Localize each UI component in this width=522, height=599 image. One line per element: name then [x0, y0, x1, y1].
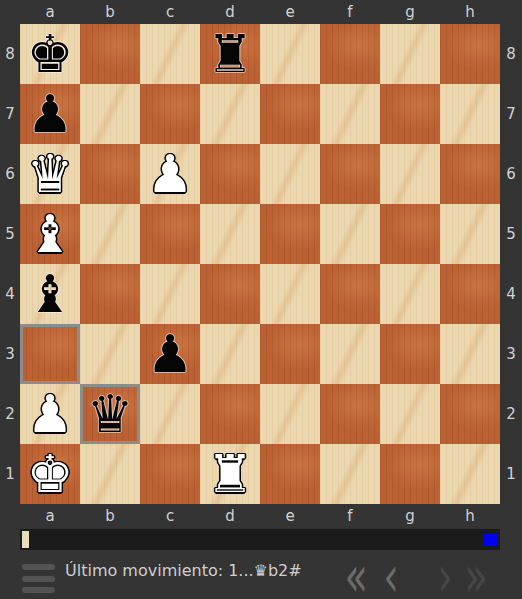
rank-label-left-5: 5	[0, 204, 20, 264]
file-label-top-d: d	[200, 0, 260, 24]
square-h3[interactable]	[440, 324, 500, 384]
rank-label-right-1: 1	[500, 444, 522, 504]
square-a7[interactable]: ♟	[20, 84, 80, 144]
rank-label-left-3: 3	[0, 324, 20, 384]
square-d6[interactable]	[200, 144, 260, 204]
square-f6[interactable]	[320, 144, 380, 204]
last-move-text: Último movimiento: 1...♛b2#	[65, 561, 302, 581]
rank-label-right-2: 2	[500, 384, 522, 444]
white-pawn[interactable]: ♟	[147, 144, 194, 204]
file-label-bottom-f: f	[320, 504, 380, 527]
file-label-top-a: a	[20, 0, 80, 24]
square-g8[interactable]	[380, 24, 440, 84]
file-label-top-e: e	[260, 0, 320, 24]
menu-bar	[22, 587, 55, 593]
square-b3[interactable]	[80, 324, 140, 384]
square-g3[interactable]	[380, 324, 440, 384]
nav-last-button: »	[454, 546, 498, 599]
square-b6[interactable]	[80, 144, 140, 204]
board-corner	[0, 0, 20, 24]
rank-label-right-4: 4	[500, 264, 522, 324]
file-label-bottom-d: d	[200, 504, 260, 527]
black-bishop[interactable]: ♝	[27, 264, 74, 324]
square-e7[interactable]	[260, 84, 320, 144]
square-g1[interactable]	[380, 444, 440, 504]
square-d2[interactable]	[200, 384, 260, 444]
square-b8[interactable]	[80, 24, 140, 84]
white-king[interactable]: ♚	[27, 444, 74, 504]
square-a3[interactable]	[20, 324, 80, 384]
square-h8[interactable]	[440, 24, 500, 84]
square-h6[interactable]	[440, 144, 500, 204]
hamburger-menu-icon	[22, 564, 56, 593]
board-corner	[500, 0, 522, 24]
square-d7[interactable]	[200, 84, 260, 144]
square-e2[interactable]	[260, 384, 320, 444]
square-a2[interactable]: ♟	[20, 384, 80, 444]
square-h5[interactable]	[440, 204, 500, 264]
square-g4[interactable]	[380, 264, 440, 324]
square-a6[interactable]: ♛	[20, 144, 80, 204]
rank-label-left-7: 7	[0, 84, 20, 144]
square-e6[interactable]	[260, 144, 320, 204]
square-d4[interactable]	[200, 264, 260, 324]
square-a5[interactable]: ♝	[20, 204, 80, 264]
rank-label-left-8: 8	[0, 24, 20, 84]
rank-label-right-6: 6	[500, 144, 522, 204]
rank-label-left-4: 4	[0, 264, 20, 324]
square-a4[interactable]: ♝	[20, 264, 80, 324]
menu-bar	[22, 564, 55, 570]
file-label-top-h: h	[440, 0, 500, 24]
chess-board-app: abcdefgh8♚♜87♟76♛♟65♝54♝43♟32♟♛21♚♜1abcd…	[0, 0, 522, 599]
square-d5[interactable]	[200, 204, 260, 264]
square-c7[interactable]	[140, 84, 200, 144]
square-f1[interactable]	[320, 444, 380, 504]
menu-bar	[22, 576, 55, 582]
white-queen[interactable]: ♛	[27, 144, 74, 204]
square-d3[interactable]	[200, 324, 260, 384]
board-corner	[500, 504, 522, 527]
file-label-bottom-g: g	[380, 504, 440, 527]
square-f4[interactable]	[320, 264, 380, 324]
file-label-bottom-b: b	[80, 504, 140, 527]
rank-label-right-7: 7	[500, 84, 522, 144]
rank-label-left-2: 2	[0, 384, 20, 444]
rank-label-right-8: 8	[500, 24, 522, 84]
chess-board: abcdefgh8♚♜87♟76♛♟65♝54♝43♟32♟♛21♚♜1abcd…	[0, 0, 522, 527]
square-f2[interactable]	[320, 384, 380, 444]
file-label-bottom-h: h	[440, 504, 500, 527]
square-d8[interactable]: ♜	[200, 24, 260, 84]
square-b7[interactable]	[80, 84, 140, 144]
menu-button[interactable]	[22, 564, 56, 594]
square-c5[interactable]	[140, 204, 200, 264]
progress-start-marker	[22, 531, 29, 548]
square-c6[interactable]: ♟	[140, 144, 200, 204]
square-e3[interactable]	[260, 324, 320, 384]
square-c4[interactable]	[140, 264, 200, 324]
file-label-top-g: g	[380, 0, 440, 24]
rank-label-right-3: 3	[500, 324, 522, 384]
file-label-top-f: f	[320, 0, 380, 24]
square-a8[interactable]: ♚	[20, 24, 80, 84]
file-label-top-c: c	[140, 0, 200, 24]
square-b4[interactable]	[80, 264, 140, 324]
file-label-bottom-c: c	[140, 504, 200, 527]
black-queen[interactable]: ♛	[87, 384, 134, 444]
square-f8[interactable]	[320, 24, 380, 84]
rank-label-right-5: 5	[500, 204, 522, 264]
square-b2[interactable]: ♛	[80, 384, 140, 444]
square-g5[interactable]	[380, 204, 440, 264]
nav-previous-button[interactable]: ‹	[374, 546, 408, 599]
black-pawn[interactable]: ♟	[147, 324, 194, 384]
rank-label-left-6: 6	[0, 144, 20, 204]
white-bishop[interactable]: ♝	[27, 204, 74, 264]
square-d1[interactable]: ♜	[200, 444, 260, 504]
square-g2[interactable]	[380, 384, 440, 444]
file-label-bottom-a: a	[20, 504, 80, 527]
square-c3[interactable]: ♟	[140, 324, 200, 384]
square-c1[interactable]	[140, 444, 200, 504]
file-label-top-b: b	[80, 0, 140, 24]
square-g6[interactable]	[380, 144, 440, 204]
square-h7[interactable]	[440, 84, 500, 144]
black-king[interactable]: ♚	[27, 24, 74, 84]
square-e1[interactable]	[260, 444, 320, 504]
square-h4[interactable]	[440, 264, 500, 324]
black-rook[interactable]: ♜	[207, 24, 254, 84]
square-f3[interactable]	[320, 324, 380, 384]
file-label-bottom-e: e	[260, 504, 320, 527]
square-b5[interactable]	[80, 204, 140, 264]
white-rook[interactable]: ♜	[207, 444, 254, 504]
square-c8[interactable]	[140, 24, 200, 84]
square-g7[interactable]	[380, 84, 440, 144]
square-a1[interactable]: ♚	[20, 444, 80, 504]
square-c2[interactable]	[140, 384, 200, 444]
square-b1[interactable]	[80, 444, 140, 504]
square-e8[interactable]	[260, 24, 320, 84]
square-h1[interactable]	[440, 444, 500, 504]
white-pawn[interactable]: ♟	[27, 384, 74, 444]
black-pawn[interactable]: ♟	[27, 84, 74, 144]
square-e5[interactable]	[260, 204, 320, 264]
square-f5[interactable]	[320, 204, 380, 264]
square-h2[interactable]	[440, 384, 500, 444]
square-e4[interactable]	[260, 264, 320, 324]
rank-label-left-1: 1	[0, 444, 20, 504]
board-corner	[0, 504, 20, 527]
square-f7[interactable]	[320, 84, 380, 144]
nav-first-button[interactable]: «	[336, 546, 376, 599]
